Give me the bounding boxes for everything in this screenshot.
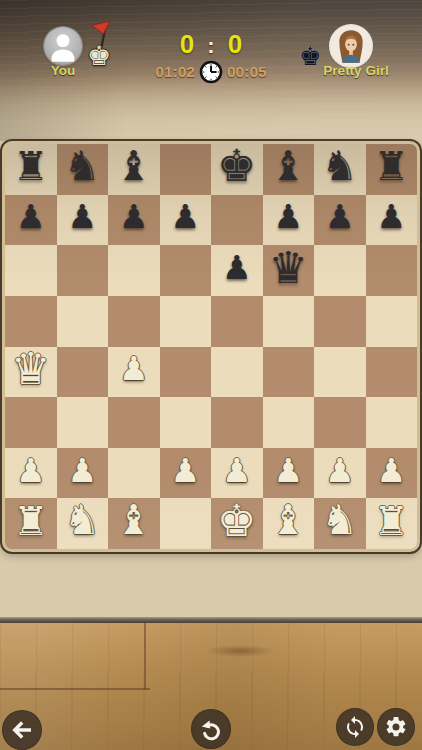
settings-button[interactable] bbox=[377, 708, 415, 746]
square-e6[interactable]: ♟ bbox=[211, 245, 263, 296]
piece-white-pawn: ♟ bbox=[325, 454, 355, 487]
square-b3[interactable] bbox=[57, 397, 109, 448]
score-left: 0 bbox=[180, 29, 194, 60]
piece-white-pawn: ♟ bbox=[222, 454, 252, 487]
piece-white-pawn: ♟ bbox=[119, 352, 149, 385]
square-g3[interactable] bbox=[314, 397, 366, 448]
piece-black-bishop: ♝ bbox=[270, 146, 307, 187]
square-a3[interactable] bbox=[5, 397, 57, 448]
square-c2[interactable] bbox=[108, 448, 160, 499]
floor-plank-seam bbox=[144, 623, 146, 689]
undo-arrow-icon bbox=[199, 717, 223, 741]
square-c8[interactable]: ♝ bbox=[108, 144, 160, 195]
piece-black-queen: ♛ bbox=[269, 246, 308, 290]
piece-white-knight: ♞ bbox=[321, 500, 358, 541]
square-f3[interactable] bbox=[263, 397, 315, 448]
piece-white-rook: ♜ bbox=[13, 501, 49, 541]
piece-black-rook: ♜ bbox=[13, 146, 49, 186]
piece-white-bishop: ♝ bbox=[270, 500, 307, 541]
square-d1[interactable] bbox=[160, 498, 212, 549]
square-b7[interactable]: ♟ bbox=[57, 195, 109, 246]
gear-icon bbox=[384, 715, 408, 739]
piece-black-pawn: ♟ bbox=[222, 251, 252, 284]
back-arrow-icon bbox=[10, 718, 34, 742]
piece-white-rook: ♜ bbox=[373, 501, 409, 541]
girl-photo-avatar bbox=[331, 26, 371, 66]
undo-button[interactable] bbox=[191, 709, 231, 749]
square-c7[interactable]: ♟ bbox=[108, 195, 160, 246]
piece-white-pawn: ♟ bbox=[67, 454, 97, 487]
square-b6[interactable] bbox=[57, 245, 109, 296]
piece-black-pawn: ♟ bbox=[67, 200, 97, 233]
piece-black-knight: ♞ bbox=[321, 146, 358, 187]
square-h6[interactable] bbox=[366, 245, 418, 296]
square-g4[interactable] bbox=[314, 347, 366, 398]
square-h3[interactable] bbox=[366, 397, 418, 448]
square-f4[interactable] bbox=[263, 347, 315, 398]
square-f6[interactable]: ♛ bbox=[263, 245, 315, 296]
piece-white-pawn: ♟ bbox=[376, 454, 406, 487]
square-f2[interactable]: ♟ bbox=[263, 448, 315, 499]
square-h8[interactable]: ♜ bbox=[366, 144, 418, 195]
piece-black-pawn: ♟ bbox=[170, 200, 200, 233]
square-e8[interactable]: ♚ bbox=[211, 144, 263, 195]
piece-white-queen: ♛ bbox=[11, 347, 50, 391]
square-d5[interactable] bbox=[160, 296, 212, 347]
square-g5[interactable] bbox=[314, 296, 366, 347]
piece-white-bishop: ♝ bbox=[115, 500, 152, 541]
piece-black-pawn: ♟ bbox=[16, 200, 46, 233]
square-e4[interactable] bbox=[211, 347, 263, 398]
piece-black-bishop: ♝ bbox=[115, 146, 152, 187]
board-grid: ♜♞♝♚♝♞♜♟♟♟♟♟♟♟♟♛♛♟♟♟♟♟♟♟♟♜♞♝♚♝♞♜ bbox=[5, 144, 417, 549]
piece-white-king: ♚ bbox=[217, 499, 256, 543]
piece-white-pawn: ♟ bbox=[273, 454, 303, 487]
square-e7[interactable] bbox=[211, 195, 263, 246]
square-g1[interactable]: ♞ bbox=[314, 498, 366, 549]
player-name-opponent: Pretty Girl bbox=[296, 63, 416, 78]
square-g6[interactable] bbox=[314, 245, 366, 296]
square-d2[interactable]: ♟ bbox=[160, 448, 212, 499]
timer-white: 01:02 bbox=[155, 63, 195, 81]
square-b1[interactable]: ♞ bbox=[57, 498, 109, 549]
analog-clock-icon bbox=[199, 60, 223, 84]
chess-app-screen: ♚ You 0:0 01:02 00:05 ♚ bbox=[0, 0, 422, 750]
square-d8[interactable] bbox=[160, 144, 212, 195]
flip-board-button[interactable] bbox=[336, 708, 374, 746]
square-a4[interactable]: ♛ bbox=[5, 347, 57, 398]
square-a1[interactable]: ♜ bbox=[5, 498, 57, 549]
square-a5[interactable] bbox=[5, 296, 57, 347]
back-button[interactable] bbox=[2, 710, 42, 750]
piece-white-pawn: ♟ bbox=[16, 454, 46, 487]
score-separator: : bbox=[207, 33, 214, 59]
square-c5[interactable] bbox=[108, 296, 160, 347]
piece-white-pawn: ♟ bbox=[170, 454, 200, 487]
square-f1[interactable]: ♝ bbox=[263, 498, 315, 549]
square-f5[interactable] bbox=[263, 296, 315, 347]
square-f8[interactable]: ♝ bbox=[263, 144, 315, 195]
chess-board: ♜♞♝♚♝♞♜♟♟♟♟♟♟♟♟♛♛♟♟♟♟♟♟♟♟♜♞♝♚♝♞♜ bbox=[2, 141, 420, 552]
piece-black-pawn: ♟ bbox=[325, 200, 355, 233]
floor-plank-seam bbox=[0, 688, 150, 690]
square-d4[interactable] bbox=[160, 347, 212, 398]
square-d3[interactable] bbox=[160, 397, 212, 448]
score-right: 0 bbox=[228, 29, 242, 60]
piece-black-pawn: ♟ bbox=[119, 200, 149, 233]
square-f7[interactable]: ♟ bbox=[263, 195, 315, 246]
square-b2[interactable]: ♟ bbox=[57, 448, 109, 499]
square-h7[interactable]: ♟ bbox=[366, 195, 418, 246]
square-b5[interactable] bbox=[57, 296, 109, 347]
piece-black-knight: ♞ bbox=[64, 146, 101, 187]
timer-black: 00:05 bbox=[227, 63, 267, 81]
square-e5[interactable] bbox=[211, 296, 263, 347]
square-g7[interactable]: ♟ bbox=[314, 195, 366, 246]
square-h4[interactable] bbox=[366, 347, 418, 398]
avatar bbox=[331, 26, 371, 66]
square-g2[interactable]: ♟ bbox=[314, 448, 366, 499]
square-c1[interactable]: ♝ bbox=[108, 498, 160, 549]
square-b8[interactable]: ♞ bbox=[57, 144, 109, 195]
square-d6[interactable] bbox=[160, 245, 212, 296]
table-edge-strip bbox=[0, 552, 422, 617]
square-h1[interactable]: ♜ bbox=[366, 498, 418, 549]
square-b4[interactable] bbox=[57, 347, 109, 398]
piece-black-pawn: ♟ bbox=[376, 200, 406, 233]
square-e2[interactable]: ♟ bbox=[211, 448, 263, 499]
square-a7[interactable]: ♟ bbox=[5, 195, 57, 246]
square-a6[interactable] bbox=[5, 245, 57, 296]
floor-wood-knot bbox=[205, 645, 275, 657]
piece-black-king: ♚ bbox=[217, 144, 256, 188]
square-a2[interactable]: ♟ bbox=[5, 448, 57, 499]
square-e1[interactable]: ♚ bbox=[211, 498, 263, 549]
piece-black-pawn: ♟ bbox=[273, 200, 303, 233]
sync-arrows-icon bbox=[343, 715, 367, 739]
square-d7[interactable]: ♟ bbox=[160, 195, 212, 246]
square-e3[interactable] bbox=[211, 397, 263, 448]
piece-black-rook: ♜ bbox=[373, 146, 409, 186]
square-c3[interactable] bbox=[108, 397, 160, 448]
square-h2[interactable]: ♟ bbox=[366, 448, 418, 499]
square-c6[interactable] bbox=[108, 245, 160, 296]
square-h5[interactable] bbox=[366, 296, 418, 347]
square-c4[interactable]: ♟ bbox=[108, 347, 160, 398]
piece-white-knight: ♞ bbox=[64, 500, 101, 541]
square-a8[interactable]: ♜ bbox=[5, 144, 57, 195]
square-g8[interactable]: ♞ bbox=[314, 144, 366, 195]
